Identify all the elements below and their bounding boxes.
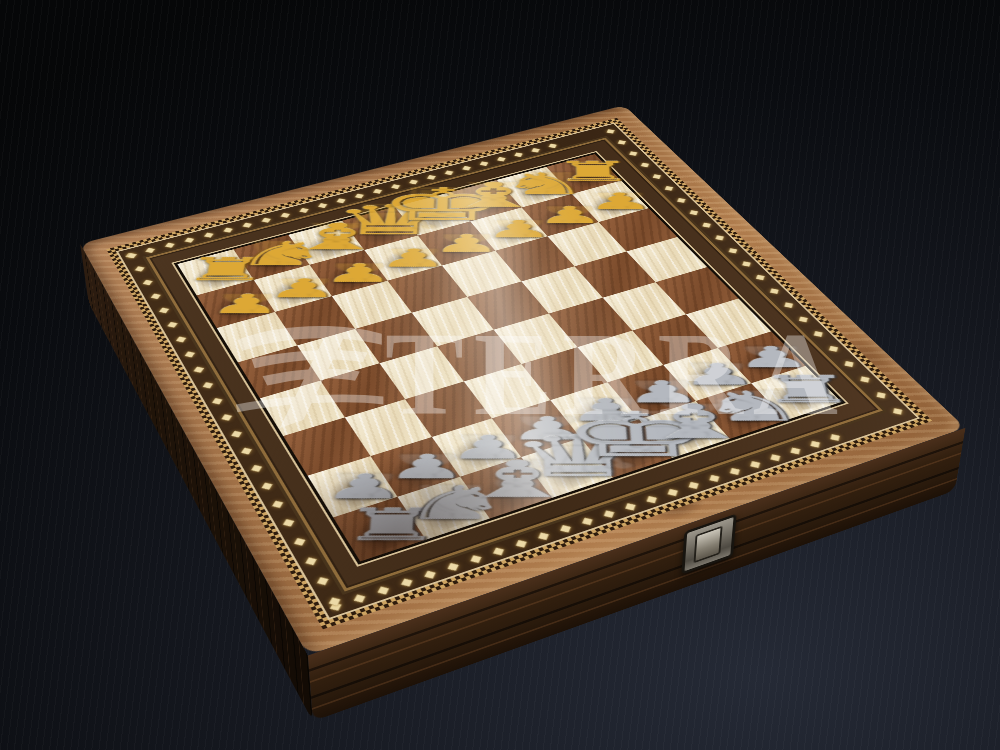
square-c1: ♝: [460, 457, 552, 518]
latch: [682, 513, 737, 574]
square-a3: [283, 417, 370, 475]
square-b5: [297, 329, 379, 381]
latch-hasp: [694, 526, 723, 564]
square-e3: [521, 347, 607, 400]
square-a4: [260, 381, 345, 436]
piece-silver-pawn-c2: ♟: [448, 432, 528, 463]
square-b1: ♞: [397, 477, 489, 540]
square-d4: [437, 330, 521, 382]
photo-scene: ◆◆◆◆◆◆◆◆◆◆◆◆◆◆◆◆◆◆◆◆◆◆◆◆ ◆◆◆◆◆◆◆◆◆◆◆◆◆◆◆…: [0, 0, 1000, 750]
piece-gold-pawn-a7: ♟: [208, 291, 285, 316]
square-h1: ♜: [751, 366, 841, 420]
square-c3: [405, 381, 492, 437]
square-e1: ♚: [581, 419, 672, 477]
square-a2: ♟: [308, 456, 398, 517]
square-c4: [380, 346, 464, 399]
piece-silver-rook-a1: ♜: [338, 504, 444, 546]
square-c2: ♟: [432, 418, 521, 476]
chess-box: ◆◆◆◆◆◆◆◆◆◆◆◆◆◆◆◆◆◆◆◆◆◆◆◆ ◆◆◆◆◆◆◆◆◆◆◆◆◆◆◆…: [80, 105, 965, 655]
piece-silver-knight-b1: ♞: [399, 481, 511, 525]
square-d1: ♛: [521, 438, 613, 498]
board-top-face-burl-frame: ◆◆◆◆◆◆◆◆◆◆◆◆◆◆◆◆◆◆◆◆◆◆◆◆ ◆◆◆◆◆◆◆◆◆◆◆◆◆◆◆…: [80, 105, 965, 655]
piece-silver-bishop-c1: ♝: [456, 456, 580, 504]
piece-silver-rook-h1: ♜: [756, 372, 858, 407]
piece-silver-king-e1: ♚: [560, 406, 717, 464]
square-b2: ♟: [371, 437, 461, 497]
square-b4: [320, 363, 405, 417]
piece-gold-rook-a8: ♜: [179, 255, 273, 285]
square-d3: [464, 364, 550, 418]
piece-silver-queen-d1: ♛: [508, 429, 651, 483]
piece-silver-pawn-b2: ♟: [386, 451, 468, 482]
piece-silver-pawn-d2: ♟: [508, 414, 587, 444]
square-a1: ♜: [333, 497, 426, 562]
piece-silver-pawn-a2: ♟: [322, 471, 406, 503]
perspective-wrapper: ◆◆◆◆◆◆◆◆◆◆◆◆◆◆◆◆◆◆◆◆◆◆◆◆ ◆◆◆◆◆◆◆◆◆◆◆◆◆◆◆…: [0, 0, 1000, 750]
square-a5: [238, 345, 321, 398]
square-b3: [345, 399, 432, 456]
